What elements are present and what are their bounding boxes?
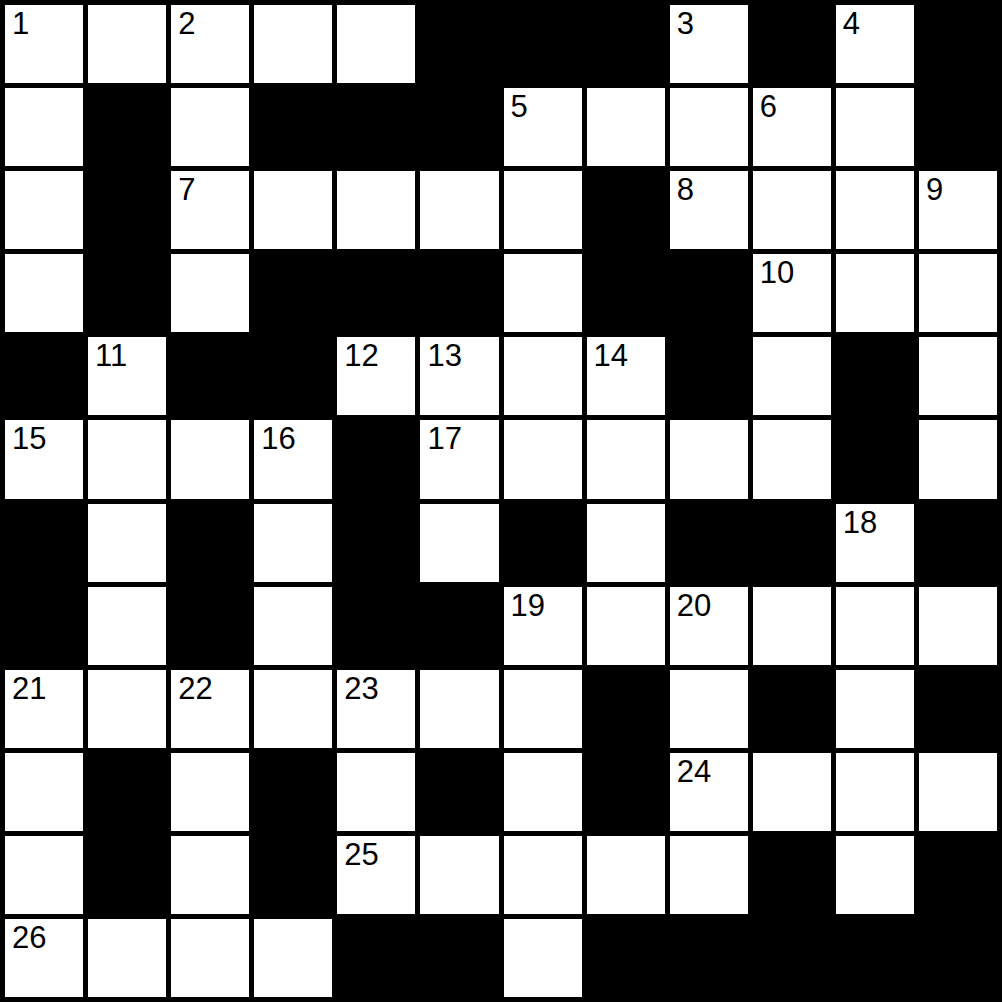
clue-number: 18 [843, 505, 877, 541]
white-cell[interactable] [88, 420, 166, 498]
white-cell[interactable]: 24 [670, 753, 748, 831]
crossword-board: 1234567891011121314151617181920212223242… [0, 0, 1002, 1002]
black-cell [836, 337, 914, 415]
white-cell[interactable] [254, 171, 332, 249]
white-cell[interactable] [254, 5, 332, 83]
black-cell [753, 504, 831, 582]
white-cell[interactable] [5, 254, 83, 332]
white-cell[interactable]: 13 [420, 337, 498, 415]
white-cell[interactable] [88, 587, 166, 665]
white-cell[interactable]: 5 [504, 88, 582, 166]
white-cell[interactable] [254, 919, 332, 997]
white-cell[interactable] [420, 504, 498, 582]
black-cell [919, 88, 997, 166]
white-cell[interactable] [670, 836, 748, 914]
white-cell[interactable]: 4 [836, 5, 914, 83]
white-cell[interactable]: 21 [5, 670, 83, 748]
white-cell[interactable] [420, 171, 498, 249]
clue-number: 12 [344, 338, 378, 374]
white-cell[interactable]: 14 [587, 337, 665, 415]
black-cell [337, 504, 415, 582]
white-cell[interactable]: 18 [836, 504, 914, 582]
clue-number: 9 [926, 172, 943, 208]
clue-number: 6 [760, 89, 777, 125]
clue-number: 24 [677, 754, 711, 790]
white-cell[interactable] [337, 171, 415, 249]
clue-number: 14 [594, 338, 628, 374]
black-cell [753, 836, 831, 914]
white-cell[interactable] [836, 254, 914, 332]
white-cell[interactable] [919, 587, 997, 665]
white-cell[interactable] [88, 504, 166, 582]
white-cell[interactable] [670, 670, 748, 748]
white-cell[interactable] [587, 420, 665, 498]
black-cell [919, 919, 997, 997]
white-cell[interactable] [836, 88, 914, 166]
black-cell [171, 504, 249, 582]
clue-number: 11 [95, 338, 127, 374]
white-cell[interactable] [88, 919, 166, 997]
black-cell [587, 670, 665, 748]
black-cell [254, 337, 332, 415]
white-cell[interactable] [836, 836, 914, 914]
white-cell[interactable] [504, 753, 582, 831]
white-cell[interactable]: 10 [753, 254, 831, 332]
black-cell [5, 337, 83, 415]
black-cell [337, 88, 415, 166]
clue-number: 16 [261, 421, 295, 457]
black-cell [420, 5, 498, 83]
black-cell [171, 587, 249, 665]
white-cell[interactable] [254, 670, 332, 748]
black-cell [254, 753, 332, 831]
black-cell [587, 171, 665, 249]
white-cell[interactable] [836, 753, 914, 831]
black-cell [420, 88, 498, 166]
white-cell[interactable]: 1 [5, 5, 83, 83]
white-cell[interactable] [171, 254, 249, 332]
white-cell[interactable] [836, 171, 914, 249]
white-cell[interactable] [753, 420, 831, 498]
white-cell[interactable] [753, 587, 831, 665]
white-cell[interactable] [919, 420, 997, 498]
black-cell [919, 670, 997, 748]
white-cell[interactable] [420, 670, 498, 748]
clue-number: 22 [178, 671, 212, 707]
white-cell[interactable]: 20 [670, 587, 748, 665]
black-cell [337, 254, 415, 332]
white-cell[interactable] [587, 504, 665, 582]
white-cell[interactable]: 3 [670, 5, 748, 83]
black-cell [504, 5, 582, 83]
black-cell [420, 919, 498, 997]
black-cell [337, 420, 415, 498]
white-cell[interactable] [587, 88, 665, 166]
white-cell[interactable] [171, 420, 249, 498]
white-cell[interactable] [919, 753, 997, 831]
white-cell[interactable] [171, 919, 249, 997]
clue-number: 23 [344, 671, 378, 707]
black-cell [88, 88, 166, 166]
black-cell [254, 88, 332, 166]
black-cell [254, 254, 332, 332]
white-cell[interactable] [504, 670, 582, 748]
clue-number: 21 [12, 671, 46, 707]
white-cell[interactable] [5, 88, 83, 166]
black-cell [587, 919, 665, 997]
white-cell[interactable]: 7 [171, 171, 249, 249]
white-cell[interactable] [753, 753, 831, 831]
black-cell [88, 836, 166, 914]
white-cell[interactable] [88, 5, 166, 83]
black-cell [254, 836, 332, 914]
white-cell[interactable]: 15 [5, 420, 83, 498]
white-cell[interactable] [504, 254, 582, 332]
white-cell[interactable] [504, 171, 582, 249]
black-cell [587, 5, 665, 83]
clue-number: 1 [12, 6, 29, 42]
clue-number: 5 [511, 89, 528, 125]
clue-number: 7 [178, 172, 195, 208]
black-cell [587, 753, 665, 831]
clue-number: 10 [760, 255, 794, 291]
clue-number: 8 [677, 172, 694, 208]
black-cell [670, 337, 748, 415]
black-cell [753, 919, 831, 997]
white-cell[interactable]: 2 [171, 5, 249, 83]
black-cell [670, 504, 748, 582]
white-cell[interactable]: 12 [337, 337, 415, 415]
white-cell[interactable]: 22 [171, 670, 249, 748]
white-cell[interactable] [420, 836, 498, 914]
white-cell[interactable] [504, 836, 582, 914]
white-cell[interactable]: 9 [919, 171, 997, 249]
white-cell[interactable]: 19 [504, 587, 582, 665]
white-cell[interactable] [753, 337, 831, 415]
white-cell[interactable] [919, 337, 997, 415]
black-cell [836, 919, 914, 997]
black-cell [919, 504, 997, 582]
white-cell[interactable] [171, 88, 249, 166]
white-cell[interactable]: 17 [420, 420, 498, 498]
clue-number: 26 [12, 920, 46, 956]
black-cell [919, 836, 997, 914]
white-cell[interactable] [919, 254, 997, 332]
black-cell [88, 753, 166, 831]
black-cell [337, 587, 415, 665]
white-cell[interactable] [670, 88, 748, 166]
clue-number: 17 [427, 421, 461, 457]
black-cell [753, 5, 831, 83]
black-cell [88, 171, 166, 249]
black-cell [337, 919, 415, 997]
black-cell [919, 5, 997, 83]
white-cell[interactable] [254, 504, 332, 582]
black-cell [420, 254, 498, 332]
clue-number: 25 [344, 837, 378, 873]
white-cell[interactable] [504, 420, 582, 498]
black-cell [670, 919, 748, 997]
white-cell[interactable] [88, 670, 166, 748]
white-cell[interactable] [504, 919, 582, 997]
white-cell[interactable] [587, 587, 665, 665]
white-cell[interactable] [587, 836, 665, 914]
white-cell[interactable] [254, 587, 332, 665]
clue-number: 19 [511, 588, 545, 624]
clue-number: 15 [12, 421, 46, 457]
black-cell [587, 254, 665, 332]
clue-number: 3 [677, 6, 694, 42]
white-cell[interactable] [5, 753, 83, 831]
white-cell[interactable]: 6 [753, 88, 831, 166]
white-cell[interactable] [670, 420, 748, 498]
white-cell[interactable] [836, 670, 914, 748]
white-cell[interactable] [5, 836, 83, 914]
black-cell [836, 420, 914, 498]
black-cell [420, 753, 498, 831]
black-cell [670, 254, 748, 332]
white-cell[interactable]: 8 [670, 171, 748, 249]
white-cell[interactable] [836, 587, 914, 665]
clue-number: 13 [427, 338, 461, 374]
clue-number: 4 [843, 6, 860, 42]
black-cell [88, 254, 166, 332]
clue-number: 2 [178, 6, 195, 42]
black-cell [420, 587, 498, 665]
white-cell[interactable] [504, 337, 582, 415]
white-cell[interactable]: 11 [88, 337, 166, 415]
white-cell[interactable] [337, 753, 415, 831]
black-cell [504, 504, 582, 582]
white-cell[interactable] [337, 5, 415, 83]
white-cell[interactable]: 16 [254, 420, 332, 498]
white-cell[interactable]: 25 [337, 836, 415, 914]
white-cell[interactable] [753, 171, 831, 249]
black-cell [5, 587, 83, 665]
white-cell[interactable] [171, 836, 249, 914]
white-cell[interactable] [171, 753, 249, 831]
white-cell[interactable]: 23 [337, 670, 415, 748]
clue-number: 20 [677, 588, 711, 624]
black-cell [171, 337, 249, 415]
white-cell[interactable] [5, 171, 83, 249]
black-cell [5, 504, 83, 582]
black-cell [753, 670, 831, 748]
white-cell[interactable]: 26 [5, 919, 83, 997]
